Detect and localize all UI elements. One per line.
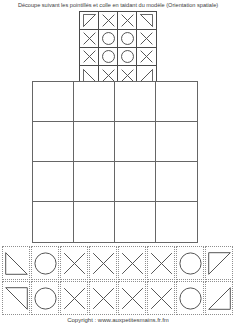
cross-cell xyxy=(89,246,117,280)
circle-icon xyxy=(179,252,202,275)
cross-cell xyxy=(99,12,118,30)
cross-cell xyxy=(147,246,175,280)
circle-cell xyxy=(118,30,137,48)
lower-right-triangle-icon xyxy=(140,69,153,82)
circle-cell xyxy=(99,48,118,66)
empty-cell xyxy=(74,202,115,242)
circle-cell xyxy=(118,48,137,66)
circle-cell xyxy=(31,246,59,280)
cross-icon xyxy=(92,252,115,275)
empty-cell xyxy=(115,162,156,202)
cross-icon xyxy=(121,252,144,275)
upper-left-triangle-cell xyxy=(80,12,99,30)
cross-icon xyxy=(83,32,96,45)
cross-cell xyxy=(60,246,88,280)
worksheet-title: Découpe suivant les pointillés et colle … xyxy=(0,2,236,9)
cross-icon xyxy=(63,252,86,275)
cross-icon xyxy=(102,69,115,82)
lower-left-triangle-cell xyxy=(2,246,30,280)
empty-cell xyxy=(33,202,74,242)
circle-cell xyxy=(99,30,118,48)
empty-cell xyxy=(115,82,156,122)
upper-left-triangle-cell xyxy=(205,246,233,280)
empty-cell xyxy=(74,82,115,122)
upper-left-triangle-icon xyxy=(208,252,231,275)
cross-icon xyxy=(92,287,115,310)
circle-icon xyxy=(34,252,57,275)
upper-right-triangle-icon xyxy=(140,14,153,27)
empty-cell xyxy=(156,202,197,242)
model-grid xyxy=(79,11,157,85)
cutout-strip xyxy=(2,246,233,315)
cross-cell xyxy=(118,246,146,280)
cross-cell xyxy=(137,48,156,66)
cross-icon xyxy=(102,14,115,27)
cross-cell xyxy=(147,281,175,315)
empty-cell xyxy=(33,122,74,162)
empty-cell xyxy=(74,162,115,202)
cross-cell xyxy=(118,12,137,30)
empty-cell xyxy=(156,122,197,162)
circle-icon xyxy=(102,50,115,63)
cross-icon xyxy=(140,32,153,45)
empty-cell xyxy=(115,202,156,242)
circle-cell xyxy=(176,246,204,280)
empty-cell xyxy=(115,122,156,162)
empty-cell xyxy=(156,82,197,122)
circle-icon xyxy=(34,287,57,310)
circle-cell xyxy=(31,281,59,315)
circle-icon xyxy=(179,287,202,310)
lower-right-triangle-icon xyxy=(208,287,231,310)
upper-right-triangle-cell xyxy=(137,12,156,30)
cross-icon xyxy=(121,14,134,27)
upper-left-triangle-icon xyxy=(83,14,96,27)
cross-icon xyxy=(150,287,173,310)
cross-icon xyxy=(150,252,173,275)
answer-grid xyxy=(32,81,198,243)
circle-icon xyxy=(102,32,115,45)
upper-right-triangle-icon xyxy=(5,287,28,310)
cross-icon xyxy=(121,69,134,82)
cross-icon xyxy=(121,287,144,310)
empty-cell xyxy=(74,122,115,162)
circle-cell xyxy=(176,281,204,315)
empty-cell xyxy=(33,162,74,202)
empty-cell xyxy=(156,162,197,202)
circle-icon xyxy=(121,50,134,63)
cross-cell xyxy=(80,48,99,66)
upper-right-triangle-cell xyxy=(2,281,30,315)
copyright-text: Copyright : www.auxpetitesmains.fr.fm xyxy=(0,316,236,324)
cross-cell xyxy=(89,281,117,315)
lower-left-triangle-icon xyxy=(5,252,28,275)
empty-cell xyxy=(33,82,74,122)
cross-cell xyxy=(80,30,99,48)
cross-cell xyxy=(118,281,146,315)
circle-icon xyxy=(121,32,134,45)
cross-icon xyxy=(140,50,153,63)
cross-icon xyxy=(83,50,96,63)
cross-icon xyxy=(63,287,86,310)
cross-cell xyxy=(137,30,156,48)
cross-cell xyxy=(60,281,88,315)
lower-right-triangle-cell xyxy=(205,281,233,315)
lower-left-triangle-icon xyxy=(83,69,96,82)
